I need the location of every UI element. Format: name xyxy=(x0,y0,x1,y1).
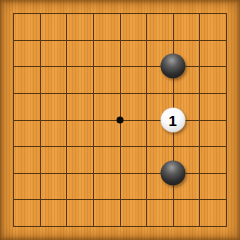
board-cell[interactable] xyxy=(13,40,40,67)
board-cell[interactable] xyxy=(199,173,226,200)
black-stone[interactable] xyxy=(160,160,185,185)
board-cell[interactable] xyxy=(120,40,147,67)
board-cell[interactable] xyxy=(40,146,67,173)
white-stone[interactable]: 1 xyxy=(160,107,185,132)
board-cell[interactable] xyxy=(146,199,173,226)
board-cell[interactable] xyxy=(120,66,147,93)
board-cell[interactable] xyxy=(199,146,226,173)
board-cell[interactable] xyxy=(199,120,226,147)
board-cell[interactable] xyxy=(199,93,226,120)
board-cell[interactable] xyxy=(173,199,200,226)
board-cell[interactable] xyxy=(13,13,40,40)
board-cell[interactable] xyxy=(40,199,67,226)
board-cell[interactable] xyxy=(93,66,120,93)
board-cell[interactable] xyxy=(66,120,93,147)
board-cell[interactable] xyxy=(66,173,93,200)
board-cell[interactable] xyxy=(66,66,93,93)
board-cell[interactable] xyxy=(120,13,147,40)
hoshi-point xyxy=(116,116,123,123)
board-cell[interactable] xyxy=(173,13,200,40)
board-cell[interactable] xyxy=(199,40,226,67)
board-cell[interactable] xyxy=(93,120,120,147)
board-cell[interactable] xyxy=(66,146,93,173)
board-cell[interactable] xyxy=(13,93,40,120)
board-cell[interactable] xyxy=(93,40,120,67)
board-cell[interactable] xyxy=(93,173,120,200)
board-cell[interactable] xyxy=(13,146,40,173)
board-cell[interactable] xyxy=(120,146,147,173)
board-cell[interactable] xyxy=(13,173,40,200)
move-number-label: 1 xyxy=(169,112,177,127)
board-cell[interactable] xyxy=(40,173,67,200)
board-cell[interactable] xyxy=(120,199,147,226)
board-cell[interactable] xyxy=(199,66,226,93)
board-cell[interactable] xyxy=(66,40,93,67)
board-cell[interactable] xyxy=(40,93,67,120)
board-cell[interactable] xyxy=(13,199,40,226)
board-cell[interactable] xyxy=(40,40,67,67)
board-cell[interactable] xyxy=(66,93,93,120)
board-cell[interactable] xyxy=(93,93,120,120)
board-cell[interactable] xyxy=(120,173,147,200)
board-cell[interactable] xyxy=(199,199,226,226)
board-cell[interactable] xyxy=(93,199,120,226)
board-cell[interactable] xyxy=(120,93,147,120)
board-cell[interactable] xyxy=(66,13,93,40)
board-cell[interactable] xyxy=(13,66,40,93)
board-cell[interactable] xyxy=(40,13,67,40)
board-cell[interactable] xyxy=(40,120,67,147)
black-stone[interactable] xyxy=(160,54,185,79)
board-cell[interactable] xyxy=(93,146,120,173)
board-cell[interactable] xyxy=(120,120,147,147)
board-cell[interactable] xyxy=(13,120,40,147)
board-cell[interactable] xyxy=(93,13,120,40)
board-cell[interactable] xyxy=(40,66,67,93)
go-board: 1 xyxy=(0,0,240,240)
board-cell[interactable] xyxy=(66,199,93,226)
board-cell[interactable] xyxy=(146,13,173,40)
board-cell[interactable] xyxy=(199,13,226,40)
